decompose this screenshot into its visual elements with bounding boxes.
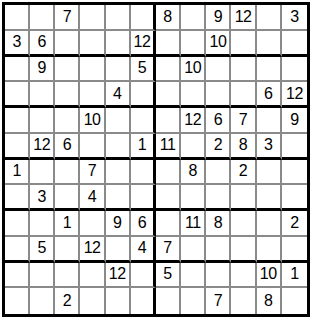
cell-r2c9[interactable]: 10 [206,31,231,57]
cell-r12c2[interactable] [30,288,55,314]
cell-r4c4[interactable] [80,82,105,108]
cell-r12c9[interactable]: 7 [206,288,231,314]
cell-r10c9[interactable] [206,237,231,263]
cell-r12c4[interactable] [80,288,105,314]
cell-r12c6[interactable] [131,288,156,314]
cell-r11c9[interactable] [206,263,231,289]
cell-r10c2[interactable]: 5 [30,237,55,263]
cell-r7c8[interactable]: 8 [181,160,206,186]
cell-r4c9[interactable] [206,82,231,108]
cell-r5c9[interactable]: 6 [206,108,231,134]
cell-r8c6[interactable] [131,185,156,211]
cell-r1c6[interactable] [131,5,156,31]
cell-r7c10[interactable]: 2 [231,160,256,186]
cell-r5c10[interactable]: 7 [231,108,256,134]
cell-r1c10[interactable]: 12 [231,5,256,31]
cell-r11c10[interactable] [231,263,256,289]
cell-r4c11[interactable]: 6 [257,82,282,108]
cell-r2c7[interactable] [156,31,181,57]
cell-r9c11[interactable] [257,211,282,237]
cell-r4c12[interactable]: 12 [282,82,307,108]
cell-r9c9[interactable]: 8 [206,211,231,237]
cell-r6c8[interactable] [181,134,206,160]
cell-r12c11[interactable]: 8 [257,288,282,314]
cell-r10c11[interactable] [257,237,282,263]
cell-r10c10[interactable] [231,237,256,263]
cell-r12c5[interactable] [106,288,131,314]
cell-r11c11[interactable]: 10 [257,263,282,289]
cell-r2c3[interactable] [55,31,80,57]
cell-r7c9[interactable] [206,160,231,186]
cell-r8c1[interactable] [5,185,30,211]
cell-r4c3[interactable] [55,82,80,108]
cell-r1c3[interactable]: 7 [55,5,80,31]
cell-r7c1[interactable]: 1 [5,160,30,186]
cell-r12c10[interactable] [231,288,256,314]
cell-r1c1[interactable] [5,5,30,31]
cell-r1c4[interactable] [80,5,105,31]
cell-r5c7[interactable] [156,108,181,134]
cell-r2c5[interactable] [106,31,131,57]
cell-r11c12[interactable]: 1 [282,263,307,289]
cell-r1c2[interactable] [30,5,55,31]
cell-r6c4[interactable] [80,134,105,160]
cell-r9c1[interactable] [5,211,30,237]
cell-r12c7[interactable] [156,288,181,314]
cell-r3c8[interactable]: 10 [181,57,206,83]
cell-r1c5[interactable] [106,5,131,31]
cell-r3c5[interactable] [106,57,131,83]
cell-r12c3[interactable]: 2 [55,288,80,314]
cell-r9c7[interactable] [156,211,181,237]
cell-r8c3[interactable] [55,185,80,211]
cell-r2c1[interactable]: 3 [5,31,30,57]
cell-r1c8[interactable] [181,5,206,31]
cell-r6c7[interactable]: 11 [156,134,181,160]
cell-r2c10[interactable] [231,31,256,57]
cell-r3c11[interactable] [257,57,282,83]
cell-r11c4[interactable] [80,263,105,289]
cell-r4c7[interactable] [156,82,181,108]
cell-r12c12[interactable] [282,288,307,314]
cell-r5c2[interactable] [30,108,55,134]
cell-r4c6[interactable] [131,82,156,108]
cell-r11c3[interactable] [55,263,80,289]
cell-r10c1[interactable] [5,237,30,263]
sudoku-board: 7891233612109510461210126791261112831782… [2,2,310,317]
cell-r4c2[interactable] [30,82,55,108]
cell-r4c1[interactable] [5,82,30,108]
cell-r1c7[interactable]: 8 [156,5,181,31]
cell-r6c2[interactable]: 12 [30,134,55,160]
cell-r10c3[interactable] [55,237,80,263]
cell-r2c8[interactable] [181,31,206,57]
cell-r6c11[interactable]: 3 [257,134,282,160]
cell-r6c6[interactable]: 1 [131,134,156,160]
cell-r11c7[interactable]: 5 [156,263,181,289]
cell-r9c3[interactable]: 1 [55,211,80,237]
cell-r6c12[interactable] [282,134,307,160]
cell-r4c5[interactable]: 4 [106,82,131,108]
cell-r3c4[interactable] [80,57,105,83]
cell-r2c4[interactable] [80,31,105,57]
cell-r2c2[interactable]: 6 [30,31,55,57]
cell-r10c6[interactable]: 4 [131,237,156,263]
cell-r5c4[interactable]: 10 [80,108,105,134]
cell-r8c5[interactable] [106,185,131,211]
cell-r5c12[interactable]: 9 [282,108,307,134]
cell-r12c1[interactable] [5,288,30,314]
cell-r10c5[interactable] [106,237,131,263]
cell-r11c2[interactable] [30,263,55,289]
cell-r8c9[interactable] [206,185,231,211]
cell-r9c4[interactable] [80,211,105,237]
cell-r6c5[interactable] [106,134,131,160]
cell-r9c8[interactable]: 11 [181,211,206,237]
cell-r2c6[interactable]: 12 [131,31,156,57]
cell-r8c4[interactable]: 4 [80,185,105,211]
cell-r5c11[interactable] [257,108,282,134]
cell-r7c12[interactable] [282,160,307,186]
cell-r10c12[interactable] [282,237,307,263]
cell-r9c12[interactable]: 2 [282,211,307,237]
cell-r9c5[interactable]: 9 [106,211,131,237]
cell-r6c9[interactable]: 2 [206,134,231,160]
cell-r9c10[interactable] [231,211,256,237]
cell-r7c2[interactable] [30,160,55,186]
cell-r4c8[interactable] [181,82,206,108]
cell-r8c11[interactable] [257,185,282,211]
cell-r6c10[interactable]: 8 [231,134,256,160]
cell-r8c8[interactable] [181,185,206,211]
cell-r8c2[interactable]: 3 [30,185,55,211]
cell-r3c9[interactable] [206,57,231,83]
cell-r5c1[interactable] [5,108,30,134]
cell-r9c2[interactable] [30,211,55,237]
cell-r10c7[interactable]: 7 [156,237,181,263]
cell-r3c1[interactable] [5,57,30,83]
cell-r11c6[interactable] [131,263,156,289]
cell-r8c10[interactable] [231,185,256,211]
cell-r11c1[interactable] [5,263,30,289]
cell-r9c6[interactable]: 6 [131,211,156,237]
cell-r2c11[interactable] [257,31,282,57]
cell-r5c8[interactable]: 12 [181,108,206,134]
cell-r3c7[interactable] [156,57,181,83]
cell-r12c8[interactable] [181,288,206,314]
cell-r4c10[interactable] [231,82,256,108]
cell-r7c6[interactable] [131,160,156,186]
cell-r10c4[interactable]: 12 [80,237,105,263]
cell-r7c7[interactable] [156,160,181,186]
cell-r11c5[interactable]: 12 [106,263,131,289]
cell-r5c6[interactable] [131,108,156,134]
cell-r2c12[interactable] [282,31,307,57]
cell-r3c2[interactable]: 9 [30,57,55,83]
cell-r5c5[interactable] [106,108,131,134]
cell-r7c11[interactable] [257,160,282,186]
cell-r8c12[interactable] [282,185,307,211]
cell-r11c8[interactable] [181,263,206,289]
cell-r1c9[interactable]: 9 [206,5,231,31]
cell-r7c5[interactable] [106,160,131,186]
cell-r6c1[interactable] [5,134,30,160]
cell-r3c3[interactable] [55,57,80,83]
cell-r8c7[interactable] [156,185,181,211]
cell-r7c4[interactable]: 7 [80,160,105,186]
cell-r6c3[interactable]: 6 [55,134,80,160]
cell-r3c12[interactable] [282,57,307,83]
cell-r7c3[interactable] [55,160,80,186]
cell-r1c12[interactable]: 3 [282,5,307,31]
cell-r3c6[interactable]: 5 [131,57,156,83]
cell-r5c3[interactable] [55,108,80,134]
cell-r10c8[interactable] [181,237,206,263]
cell-r1c11[interactable] [257,5,282,31]
cell-r3c10[interactable] [231,57,256,83]
